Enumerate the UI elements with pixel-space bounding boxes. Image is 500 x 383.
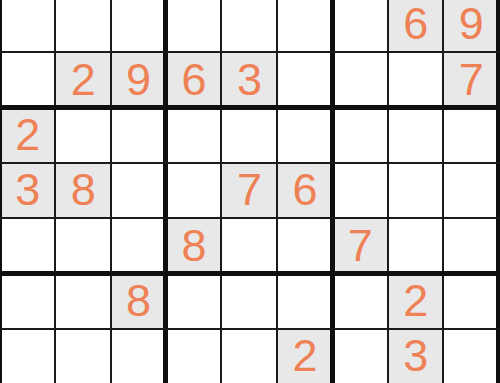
- sudoku-cell-r4c3[interactable]: [111, 107, 166, 162]
- sudoku-cell-r5c7[interactable]: [333, 163, 388, 218]
- sudoku-cell-r6c6[interactable]: [277, 218, 332, 273]
- sudoku-cell-r6c7[interactable]: 7: [333, 218, 388, 273]
- sudoku-cells: 692963723876878223: [0, 0, 499, 383]
- sudoku-cell-r3c5[interactable]: 3: [222, 52, 277, 107]
- sudoku-cell-r4c5[interactable]: [222, 107, 277, 162]
- sudoku-cell-r3c7[interactable]: [333, 52, 388, 107]
- sudoku-cell-r7c1[interactable]: [0, 273, 55, 328]
- sudoku-cell-r3c8[interactable]: [388, 52, 443, 107]
- sudoku-cell-r4c4[interactable]: [166, 107, 221, 162]
- sudoku-cell-r6c8[interactable]: [388, 218, 443, 273]
- sudoku-cell-r7c2[interactable]: [55, 273, 110, 328]
- sudoku-cell-r8c8[interactable]: 3: [388, 329, 443, 383]
- sudoku-cell-r2c7[interactable]: [333, 0, 388, 52]
- sudoku-cell-r2c2[interactable]: [55, 0, 110, 52]
- sudoku-cell-r5c8[interactable]: [388, 163, 443, 218]
- sudoku-cell-r8c9[interactable]: [444, 329, 499, 383]
- sudoku-cell-r7c4[interactable]: [166, 273, 221, 328]
- sudoku-cell-r6c2[interactable]: [55, 218, 110, 273]
- sudoku-board: 692963723876878223: [0, 0, 500, 383]
- sudoku-cell-r7c8[interactable]: 2: [388, 273, 443, 328]
- sudoku-cell-r8c4[interactable]: [166, 329, 221, 383]
- sudoku-cell-r5c4[interactable]: [166, 163, 221, 218]
- sudoku-cell-r6c1[interactable]: [0, 218, 55, 273]
- sudoku-cell-r5c1[interactable]: 3: [0, 163, 55, 218]
- sudoku-cell-r3c9[interactable]: 7: [444, 52, 499, 107]
- sudoku-cell-r3c1[interactable]: [0, 52, 55, 107]
- sudoku-cell-r2c4[interactable]: [166, 0, 221, 52]
- sudoku-cell-r2c1[interactable]: [0, 0, 55, 52]
- sudoku-cell-r7c5[interactable]: [222, 273, 277, 328]
- sudoku-cell-r4c2[interactable]: [55, 107, 110, 162]
- sudoku-cell-r4c7[interactable]: [333, 107, 388, 162]
- sudoku-cell-r3c2[interactable]: 2: [55, 52, 110, 107]
- sudoku-cell-r8c2[interactable]: [55, 329, 110, 383]
- sudoku-cell-r4c1[interactable]: 2: [0, 107, 55, 162]
- sudoku-cell-r6c4[interactable]: 8: [166, 218, 221, 273]
- sudoku-cell-r2c6[interactable]: [277, 0, 332, 52]
- sudoku-cell-r6c5[interactable]: [222, 218, 277, 273]
- sudoku-cell-r8c7[interactable]: [333, 329, 388, 383]
- sudoku-cell-r2c9[interactable]: 9: [444, 0, 499, 52]
- sudoku-cell-r3c3[interactable]: 9: [111, 52, 166, 107]
- sudoku-cell-r7c3[interactable]: 8: [111, 273, 166, 328]
- sudoku-cell-r6c3[interactable]: [111, 218, 166, 273]
- sudoku-cell-r2c5[interactable]: [222, 0, 277, 52]
- sudoku-cell-r8c6[interactable]: 2: [277, 329, 332, 383]
- sudoku-cell-r3c6[interactable]: [277, 52, 332, 107]
- sudoku-cell-r4c9[interactable]: [444, 107, 499, 162]
- sudoku-cell-r8c3[interactable]: [111, 329, 166, 383]
- sudoku-cell-r5c3[interactable]: [111, 163, 166, 218]
- sudoku-cell-r5c9[interactable]: [444, 163, 499, 218]
- sudoku-cell-r3c4[interactable]: 6: [166, 52, 221, 107]
- sudoku-cell-r2c3[interactable]: [111, 0, 166, 52]
- sudoku-cell-r5c2[interactable]: 8: [55, 163, 110, 218]
- sudoku-cell-r7c7[interactable]: [333, 273, 388, 328]
- sudoku-cell-r4c6[interactable]: [277, 107, 332, 162]
- sudoku-cell-r2c8[interactable]: 6: [388, 0, 443, 52]
- sudoku-cell-r7c9[interactable]: [444, 273, 499, 328]
- sudoku-cell-r5c6[interactable]: 6: [277, 163, 332, 218]
- sudoku-cell-r8c1[interactable]: [0, 329, 55, 383]
- sudoku-cell-r4c8[interactable]: [388, 107, 443, 162]
- sudoku-cell-r6c9[interactable]: [444, 218, 499, 273]
- sudoku-cell-r8c5[interactable]: [222, 329, 277, 383]
- sudoku-cell-r5c5[interactable]: 7: [222, 163, 277, 218]
- sudoku-cell-r7c6[interactable]: [277, 273, 332, 328]
